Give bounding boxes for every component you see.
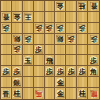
board-cell[interactable]: 角 [88,66,99,77]
board-cell[interactable] [12,23,23,34]
board-cell[interactable] [66,88,77,99]
piece-glyph: 飛 [46,57,53,64]
board-cell[interactable] [66,55,77,66]
piece-glyph: 香 [90,2,97,9]
shogi-piece[interactable]: 香 [1,12,10,21]
board-cell[interactable]: 香 [1,12,12,23]
board-cell[interactable] [23,88,34,99]
board-cell[interactable] [45,45,56,56]
board-cell[interactable] [1,1,12,12]
board-cell[interactable] [12,1,23,12]
board-cell[interactable] [66,23,77,34]
board-cell[interactable] [23,1,34,12]
board-cell[interactable] [45,34,56,45]
board-cell[interactable]: 歩 [1,66,12,77]
board-cell[interactable] [66,45,77,56]
piece-glyph: 金 [57,91,64,98]
shogi-piece[interactable]: 桂 [78,1,87,10]
piece-glyph: 歩 [24,35,31,42]
board-cell[interactable]: 歩 [66,66,77,77]
shogi-piece[interactable]: 玉 [23,56,32,65]
shogi-piece[interactable]: 金 [56,1,65,10]
board-cell[interactable]: 香 [1,88,12,99]
piece-glyph: 桂 [79,2,86,9]
board-cell[interactable] [34,77,45,88]
board-cell[interactable] [23,66,34,77]
shogi-piece[interactable]: 香 [89,1,98,10]
board-cell[interactable]: 歩 [88,34,99,45]
shogi-piece[interactable]: 王 [23,12,32,21]
board-cell[interactable] [77,34,88,45]
piece-glyph: 歩 [90,35,97,42]
shogi-piece[interactable]: 香 [1,89,10,98]
shogi-piece[interactable]: 歩 [78,67,87,76]
board-cell[interactable] [77,12,88,23]
board-cell[interactable]: 飛 [45,55,56,66]
board-cell[interactable] [88,77,99,88]
shogi-piece[interactable]: 歩 [67,67,76,76]
shogi-piece[interactable]: 歩 [1,67,10,76]
shogi-piece[interactable]: 馬 [34,89,43,98]
board-cell[interactable] [34,55,45,66]
shogi-piece[interactable]: 歩 [89,56,98,65]
shogi-piece[interactable]: 歩 [34,23,43,32]
board-cell[interactable]: 金 [55,88,66,99]
board-cell[interactable]: 金 [55,77,66,88]
board-cell[interactable] [77,77,88,88]
board-cell[interactable] [77,45,88,56]
piece-glyph: 馬 [35,90,42,97]
board-cell[interactable]: 歩 [34,23,45,34]
piece-glyph: 銀 [13,79,20,86]
board-cell[interactable] [1,77,12,88]
board-cell[interactable] [45,88,56,99]
piece-glyph: 王 [24,13,31,20]
board-cell[interactable] [66,1,77,12]
shogi-piece[interactable]: 金 [12,12,21,21]
piece-glyph: 金 [13,13,20,20]
shogi-piece[interactable]: 歩 [34,45,43,54]
board-cell[interactable]: 王 [23,12,34,23]
piece-glyph: 玉 [24,57,31,64]
board-cell[interactable]: 歩 [45,23,56,34]
board-cell[interactable] [88,23,99,34]
board-cell[interactable]: 歩 [12,66,23,77]
shogi-piece[interactable]: 歩 [56,67,65,76]
piece-glyph: 銀 [57,35,64,42]
board-cell[interactable] [1,55,12,66]
board-cell[interactable]: 歩 [77,23,88,34]
piece-glyph: 歩 [79,68,86,75]
shogi-piece[interactable]: 龍 [89,89,98,98]
board-cell[interactable] [88,45,99,56]
shogi-piece[interactable]: 歩 [56,23,65,32]
shogi-piece[interactable]: 金 [56,78,65,87]
board-cell[interactable] [77,55,88,66]
piece-glyph: 歩 [2,24,9,31]
piece-glyph: 歩 [57,68,64,75]
board-cell[interactable] [55,55,66,66]
piece-glyph: 歩 [2,68,9,75]
board-cell[interactable] [1,34,12,45]
board-cell[interactable] [66,77,77,88]
piece-glyph: 歩 [90,57,97,64]
board-cell[interactable]: 歩 [45,66,56,77]
board-cell[interactable] [88,12,99,23]
board-cell[interactable] [66,12,77,23]
shogi-piece[interactable]: 歩 [45,67,54,76]
piece-glyph: 香 [2,13,9,20]
board-cell[interactable] [45,12,56,23]
board-cell[interactable] [34,12,45,23]
piece-glyph: 銀 [13,35,20,42]
shogi-piece[interactable]: 歩 [45,23,54,32]
piece-glyph: 龍 [90,90,97,97]
piece-glyph: 歩 [35,24,42,31]
board-cell[interactable]: 歩 [55,66,66,77]
board-cell[interactable]: 歩 [88,55,99,66]
board-cell[interactable] [34,34,45,45]
board-cell[interactable] [23,77,34,88]
piece-glyph: 桂 [79,91,86,98]
shogi-piece[interactable]: 金 [56,89,65,98]
board-cell[interactable] [45,1,56,12]
board-cell[interactable]: 金 [55,1,66,12]
board-cell[interactable]: 銀 [12,34,23,45]
board-cell[interactable] [45,77,56,88]
board-cell[interactable] [34,66,45,77]
piece-glyph: 歩 [13,68,20,75]
shogi-piece[interactable]: 桂 [12,89,21,98]
board-cell[interactable]: 歩 [23,34,34,45]
board-cell[interactable] [34,1,45,12]
board-cell[interactable]: 桂 [77,88,88,99]
piece-glyph: 歩 [35,46,42,53]
board-cell[interactable]: 歩 [12,45,23,56]
board-cell[interactable]: 歩 [34,45,45,56]
board-cell[interactable]: 馬 [34,88,45,99]
shogi-piece[interactable]: 銀 [56,34,65,43]
piece-glyph: 歩 [68,68,75,75]
piece-glyph: 角 [90,68,97,75]
board-cell[interactable]: 歩 [55,23,66,34]
shogi-piece[interactable]: 飛 [45,56,54,65]
piece-glyph: 歩 [79,24,86,31]
piece-glyph: 歩 [46,24,53,31]
board-cell[interactable] [23,23,34,34]
piece-glyph: 金 [57,2,64,9]
piece-glyph: 歩 [68,35,75,42]
piece-glyph: 歩 [46,68,53,75]
board-cell[interactable]: 玉 [23,55,34,66]
shogi-piece[interactable]: 歩 [78,23,87,32]
board-cell[interactable]: 歩 [77,66,88,77]
board-cell[interactable]: 桂 [12,88,23,99]
shogi-piece[interactable]: 歩 [1,23,10,32]
board-cell[interactable] [55,12,66,23]
shogi-piece[interactable]: 歩 [23,34,32,43]
piece-glyph: 歩 [13,45,20,52]
shogi-piece[interactable]: 銀 [12,34,21,43]
board-cell[interactable] [23,45,34,56]
board-cell[interactable]: 金 [12,12,23,23]
piece-glyph: 桂 [13,91,20,98]
board-cell[interactable]: 歩 [66,34,77,45]
board-cell[interactable] [55,45,66,56]
board-cell[interactable]: 銀 [12,77,23,88]
shogi-piece[interactable]: 歩 [12,67,21,76]
board-cell[interactable] [1,45,12,56]
board-cell[interactable]: 桂 [77,1,88,12]
piece-glyph: 歩 [57,24,64,31]
shogi-piece[interactable]: 歩 [89,34,98,43]
board-cell[interactable]: 歩 [1,23,12,34]
piece-glyph: 香 [2,91,9,98]
shogi-piece[interactable]: 角 [89,67,98,76]
shogi-piece[interactable]: 銀 [12,78,21,87]
shogi-piece[interactable]: 歩 [67,34,76,43]
shogi-piece[interactable]: 歩 [12,45,21,54]
board-cell[interactable]: 香 [88,1,99,12]
board-cell[interactable]: 銀 [55,34,66,45]
board-cell[interactable]: 龍 [88,88,99,99]
piece-glyph: 金 [57,79,64,86]
board-cell[interactable] [12,55,23,66]
shogi-board: 金桂香香金王歩歩歩歩歩銀歩銀歩歩歩歩玉飛歩歩歩歩歩歩歩角銀金香桂馬金桂龍 [0,0,100,100]
shogi-piece[interactable]: 桂 [78,89,87,98]
